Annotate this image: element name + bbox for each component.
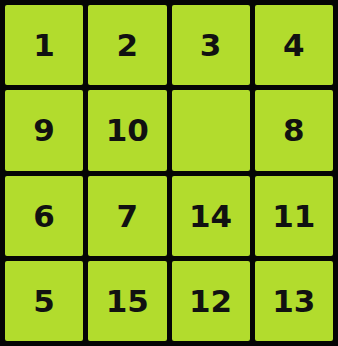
- tile-10[interactable]: 10: [88, 90, 166, 170]
- tile-11[interactable]: 11: [255, 176, 333, 256]
- fifteen-puzzle-board: 1 2 3 4 9 10 8 6 7 14 11 5 15 12 13: [0, 0, 338, 346]
- tile-4[interactable]: 4: [255, 5, 333, 85]
- tile-3[interactable]: 3: [172, 5, 250, 85]
- tile-13[interactable]: 13: [255, 261, 333, 341]
- tile-7[interactable]: 7: [88, 176, 166, 256]
- empty-cell: [172, 90, 250, 170]
- tile-6[interactable]: 6: [5, 176, 83, 256]
- tile-8[interactable]: 8: [255, 90, 333, 170]
- tile-14[interactable]: 14: [172, 176, 250, 256]
- tile-1[interactable]: 1: [5, 5, 83, 85]
- tile-2[interactable]: 2: [88, 5, 166, 85]
- tile-12[interactable]: 12: [172, 261, 250, 341]
- tile-15[interactable]: 15: [88, 261, 166, 341]
- tile-9[interactable]: 9: [5, 90, 83, 170]
- tile-5[interactable]: 5: [5, 261, 83, 341]
